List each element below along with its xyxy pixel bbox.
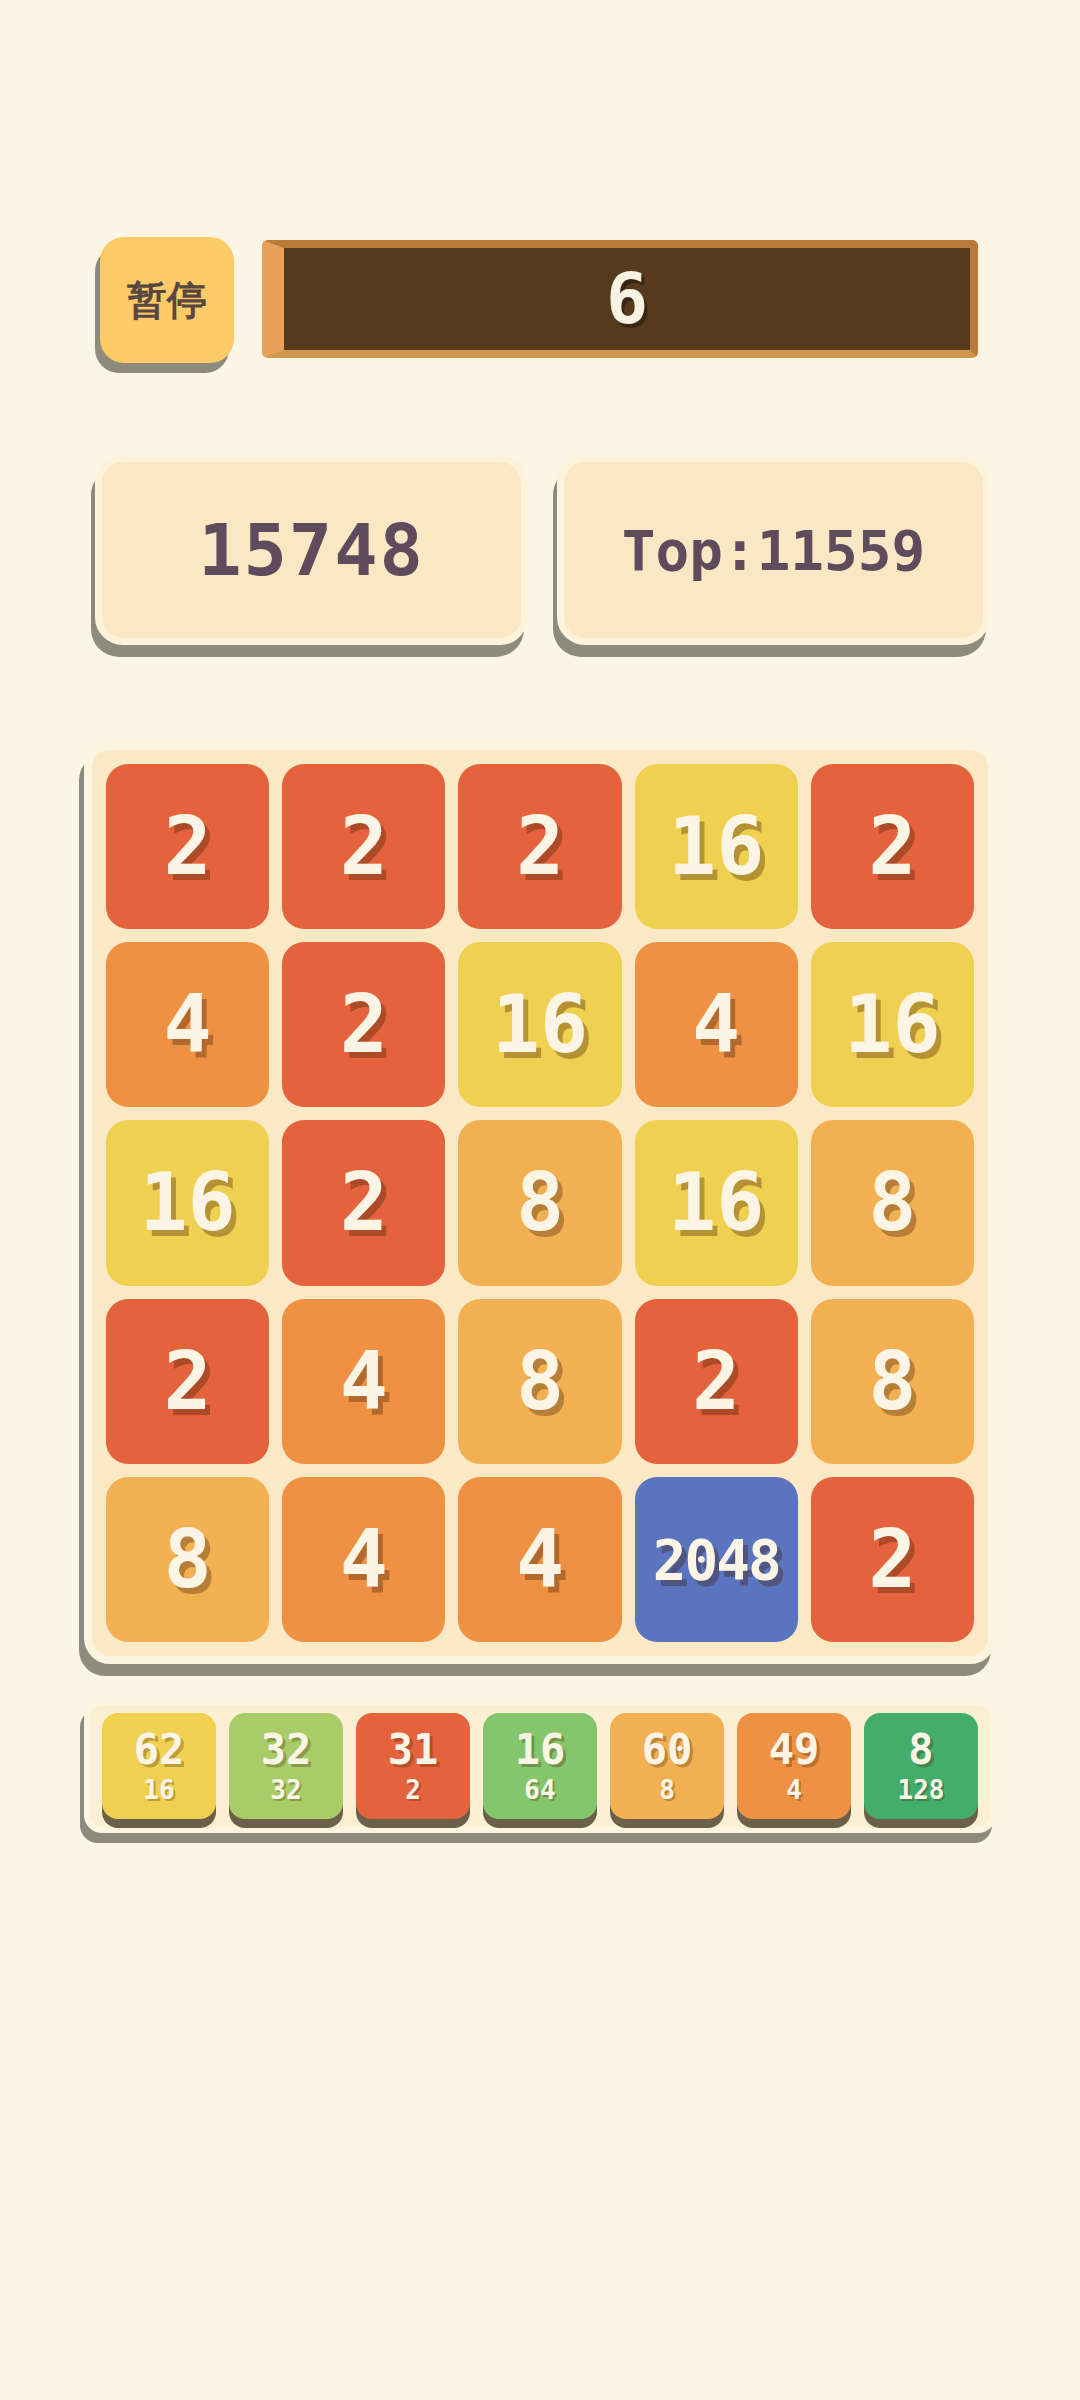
best-score-value: Top:11559 xyxy=(622,518,925,583)
pause-button-label: 暂停 xyxy=(127,273,207,328)
tray-count-8: 60 xyxy=(642,1729,693,1771)
level-progress-bar: 6 xyxy=(262,240,978,358)
tray-value-32: 32 xyxy=(270,1777,301,1803)
tray-value-8: 8 xyxy=(659,1777,675,1803)
pause-button[interactable]: 暂停 xyxy=(100,237,234,363)
tile-r4c1: 2 xyxy=(106,1299,269,1464)
tile-r2c5: 16 xyxy=(811,942,974,1107)
tile-r3c2: 2 xyxy=(282,1120,445,1285)
tile-r3c5: 8 xyxy=(811,1120,974,1285)
tile-r4c3: 8 xyxy=(458,1299,621,1464)
tile-r1c2: 2 xyxy=(282,764,445,929)
tray-count-64: 16 xyxy=(515,1729,566,1771)
tile-r4c5: 8 xyxy=(811,1299,974,1464)
tray-tile-128: 8128 xyxy=(864,1713,978,1819)
tile-r5c2: 4 xyxy=(282,1477,445,1642)
tray-tile-16: 6216 xyxy=(102,1713,216,1819)
tile-r2c4: 4 xyxy=(635,942,798,1107)
tray-value-16: 16 xyxy=(143,1777,174,1803)
tile-r3c3: 8 xyxy=(458,1120,621,1285)
tile-counter-tray: 6216323231216646084948128 xyxy=(84,1699,996,1833)
tile-r5c4: 2048 xyxy=(635,1477,798,1642)
tile-r4c2: 4 xyxy=(282,1299,445,1464)
tray-count-32: 32 xyxy=(261,1729,312,1771)
board-grid[interactable]: 222162421641616281682482884420482 xyxy=(84,742,996,1664)
level-value: 6 xyxy=(606,258,648,340)
tile-r5c3: 4 xyxy=(458,1477,621,1642)
tray-tile-4: 494 xyxy=(737,1713,851,1819)
tile-r1c1: 2 xyxy=(106,764,269,929)
tray-tile-64: 1664 xyxy=(483,1713,597,1819)
tile-r3c1: 16 xyxy=(106,1120,269,1285)
tray-count-16: 62 xyxy=(134,1729,185,1771)
tray-tile-2: 312 xyxy=(356,1713,470,1819)
tile-r2c2: 2 xyxy=(282,942,445,1107)
tile-r1c5: 2 xyxy=(811,764,974,929)
tile-r4c4: 2 xyxy=(635,1299,798,1464)
tray-count-4: 49 xyxy=(769,1729,820,1771)
tile-r1c4: 16 xyxy=(635,764,798,929)
score-panel-best: Top:11559 xyxy=(557,455,990,645)
tile-r3c4: 16 xyxy=(635,1120,798,1285)
tray-count-2: 31 xyxy=(388,1729,439,1771)
tray-count-128: 8 xyxy=(908,1729,933,1771)
tile-r2c3: 16 xyxy=(458,942,621,1107)
score-panel-current: 15748 xyxy=(95,455,528,645)
tray-value-128: 128 xyxy=(898,1777,945,1803)
tile-r5c5: 2 xyxy=(811,1477,974,1642)
tray-value-2: 2 xyxy=(405,1777,421,1803)
tray-tile-8: 608 xyxy=(610,1713,724,1819)
tray-value-64: 64 xyxy=(524,1777,555,1803)
tile-r1c3: 2 xyxy=(458,764,621,929)
tray-tile-32: 3232 xyxy=(229,1713,343,1819)
tile-r2c1: 4 xyxy=(106,942,269,1107)
current-score-value: 15748 xyxy=(198,508,425,592)
tray-value-4: 4 xyxy=(786,1777,802,1803)
tile-r5c1: 8 xyxy=(106,1477,269,1642)
